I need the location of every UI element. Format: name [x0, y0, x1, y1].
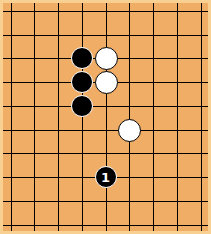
black-stone: [71, 47, 93, 69]
move-number-label: 1: [101, 171, 110, 184]
grid-line-horizontal: [3, 225, 208, 226]
grid-line-horizontal: [3, 11, 208, 12]
grid-line-vertical: [82, 3, 83, 231]
black-stone-move-1: 1: [95, 166, 117, 188]
grid-line-vertical: [11, 3, 12, 231]
black-stone: [71, 95, 93, 117]
go-diagram: 1: [0, 0, 211, 234]
white-stone: [95, 71, 118, 94]
grid-line-horizontal: [3, 201, 208, 202]
grid-line-horizontal: [3, 130, 208, 131]
white-stone: [118, 119, 141, 142]
black-stone: [71, 71, 93, 93]
go-board: 1: [3, 3, 208, 231]
grid-line-horizontal: [3, 35, 208, 36]
grid-line-vertical: [201, 3, 202, 231]
grid-line-vertical: [58, 3, 59, 231]
grid-line-horizontal: [3, 106, 208, 107]
grid-line-vertical: [153, 3, 154, 231]
grid-line-vertical: [177, 3, 178, 231]
grid-line-vertical: [106, 3, 107, 231]
grid-line-horizontal: [3, 153, 208, 154]
grid-line-vertical: [34, 3, 35, 231]
white-stone: [95, 47, 118, 70]
grid-line-vertical: [129, 3, 130, 231]
